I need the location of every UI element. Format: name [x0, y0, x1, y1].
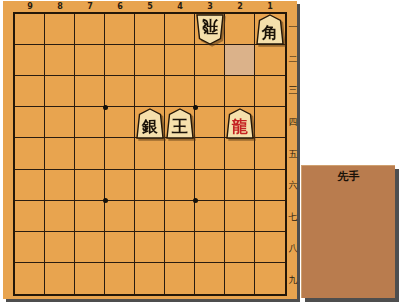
- square-57[interactable]: [135, 201, 165, 232]
- square-79[interactable]: [75, 263, 105, 294]
- file-label: 7: [75, 2, 105, 12]
- square-93[interactable]: [15, 76, 45, 107]
- square-49[interactable]: [165, 263, 195, 294]
- square-74[interactable]: [75, 107, 105, 138]
- file-label: 3: [195, 2, 225, 12]
- square-22[interactable]: [225, 45, 255, 76]
- file-label: 6: [105, 2, 135, 12]
- square-39[interactable]: [195, 263, 225, 294]
- square-28[interactable]: [225, 232, 255, 263]
- square-62[interactable]: [105, 45, 135, 76]
- sente-captured-label: 先手: [302, 166, 395, 184]
- square-26[interactable]: [225, 170, 255, 201]
- square-98[interactable]: [15, 232, 45, 263]
- rank-labels: 一二三四五六七八九: [287, 12, 299, 296]
- square-12[interactable]: [255, 45, 285, 76]
- rank-label: 五: [287, 138, 299, 170]
- square-32[interactable]: [195, 45, 225, 76]
- svg-text:角: 角: [261, 23, 278, 42]
- file-label: 5: [135, 2, 165, 12]
- square-96[interactable]: [15, 170, 45, 201]
- rank-label: 九: [287, 265, 299, 297]
- square-86[interactable]: [45, 170, 75, 201]
- square-43[interactable]: [165, 76, 195, 107]
- square-71[interactable]: [75, 14, 105, 45]
- square-63[interactable]: [105, 76, 135, 107]
- square-94[interactable]: [15, 107, 45, 138]
- square-45[interactable]: [165, 138, 195, 169]
- square-78[interactable]: [75, 232, 105, 263]
- square-59[interactable]: [135, 263, 165, 294]
- square-92[interactable]: [15, 45, 45, 76]
- square-84[interactable]: [45, 107, 75, 138]
- star-point: [103, 198, 108, 203]
- square-76[interactable]: [75, 170, 105, 201]
- square-73[interactable]: [75, 76, 105, 107]
- square-25[interactable]: [225, 138, 255, 169]
- square-61[interactable]: [105, 14, 135, 45]
- star-point: [103, 105, 108, 110]
- square-33[interactable]: [195, 76, 225, 107]
- square-85[interactable]: [45, 138, 75, 169]
- square-69[interactable]: [105, 263, 135, 294]
- rank-label: 八: [287, 233, 299, 265]
- square-95[interactable]: [15, 138, 45, 169]
- piece-silver-sente[interactable]: 銀: [136, 108, 164, 139]
- square-27[interactable]: [225, 201, 255, 232]
- square-75[interactable]: [75, 138, 105, 169]
- square-52[interactable]: [135, 45, 165, 76]
- square-19[interactable]: [255, 263, 285, 294]
- square-16[interactable]: [255, 170, 285, 201]
- square-66[interactable]: [105, 170, 135, 201]
- piece-promoted-rook-sente[interactable]: 龍: [226, 108, 254, 139]
- square-38[interactable]: [195, 232, 225, 263]
- square-15[interactable]: [255, 138, 285, 169]
- shogi-board-panel: 987654321 飛角銀王龍 一二三四五六七八九: [3, 1, 297, 299]
- square-88[interactable]: [45, 232, 75, 263]
- square-42[interactable]: [165, 45, 195, 76]
- square-83[interactable]: [45, 76, 75, 107]
- square-97[interactable]: [15, 201, 45, 232]
- square-41[interactable]: [165, 14, 195, 45]
- square-87[interactable]: [45, 201, 75, 232]
- square-51[interactable]: [135, 14, 165, 45]
- square-64[interactable]: [105, 107, 135, 138]
- square-81[interactable]: [45, 14, 75, 45]
- rank-label: 二: [287, 44, 299, 76]
- square-29[interactable]: [225, 263, 255, 294]
- square-37[interactable]: [195, 201, 225, 232]
- svg-text:王: 王: [171, 117, 188, 136]
- svg-text:銀: 銀: [141, 117, 158, 136]
- rank-label: 四: [287, 107, 299, 139]
- square-14[interactable]: [255, 107, 285, 138]
- square-46[interactable]: [165, 170, 195, 201]
- square-21[interactable]: [225, 14, 255, 45]
- square-82[interactable]: [45, 45, 75, 76]
- piece-king-sente[interactable]: 王: [166, 108, 194, 139]
- file-label: 4: [165, 2, 195, 12]
- shogi-diagram: 987654321 飛角銀王龍 一二三四五六七八九 先手: [0, 0, 400, 307]
- square-55[interactable]: [135, 138, 165, 169]
- rank-label: 一: [287, 12, 299, 44]
- file-label: 8: [45, 2, 75, 12]
- file-labels: 987654321: [15, 2, 285, 12]
- star-point: [193, 198, 198, 203]
- square-35[interactable]: [195, 138, 225, 169]
- piece-bishop-sente[interactable]: 角: [256, 14, 284, 45]
- sente-captured-box[interactable]: 先手: [301, 165, 395, 298]
- svg-text:飛: 飛: [202, 17, 219, 36]
- square-58[interactable]: [135, 232, 165, 263]
- square-56[interactable]: [135, 170, 165, 201]
- file-label: 1: [255, 2, 285, 12]
- square-18[interactable]: [255, 232, 285, 263]
- square-68[interactable]: [105, 232, 135, 263]
- file-label: 9: [15, 2, 45, 12]
- square-99[interactable]: [15, 263, 45, 294]
- square-91[interactable]: [15, 14, 45, 45]
- square-34[interactable]: [195, 107, 225, 138]
- square-47[interactable]: [165, 201, 195, 232]
- square-23[interactable]: [225, 76, 255, 107]
- board-grid: 飛角銀王龍: [13, 12, 287, 296]
- rank-label: 七: [287, 201, 299, 233]
- square-36[interactable]: [195, 170, 225, 201]
- square-65[interactable]: [105, 138, 135, 169]
- square-72[interactable]: [75, 45, 105, 76]
- square-67[interactable]: [105, 201, 135, 232]
- square-17[interactable]: [255, 201, 285, 232]
- square-89[interactable]: [45, 263, 75, 294]
- rank-label: 六: [287, 170, 299, 202]
- piece-rook-gote[interactable]: 飛: [196, 14, 224, 45]
- rank-label: 三: [287, 75, 299, 107]
- square-77[interactable]: [75, 201, 105, 232]
- square-53[interactable]: [135, 76, 165, 107]
- file-label: 2: [225, 2, 255, 12]
- square-13[interactable]: [255, 76, 285, 107]
- square-48[interactable]: [165, 232, 195, 263]
- svg-text:龍: 龍: [231, 117, 248, 136]
